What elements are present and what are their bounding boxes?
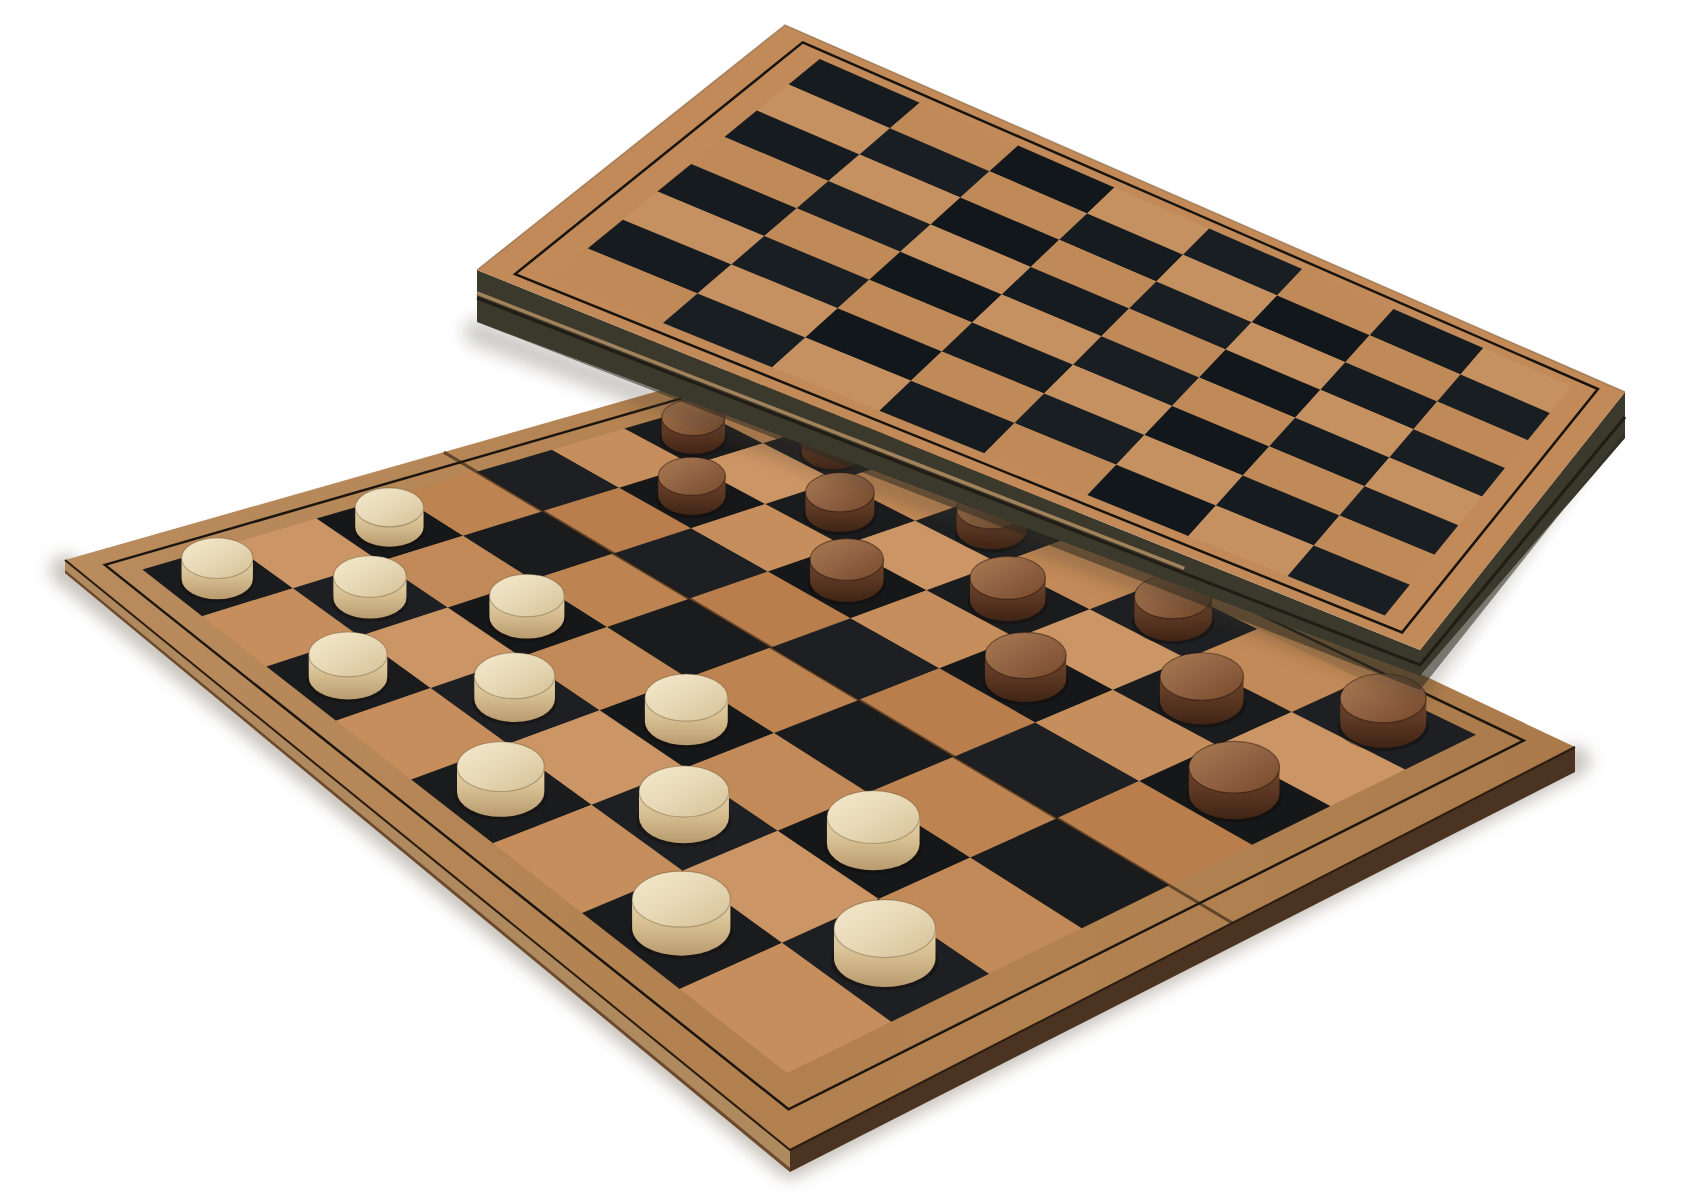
piece-top (834, 900, 936, 958)
piece-top (355, 488, 423, 527)
checker-piece-light-r5c2[interactable] (487, 574, 566, 641)
piece-top (639, 766, 729, 817)
piece-top (632, 871, 730, 927)
checker-piece-light-r5c6[interactable] (824, 791, 922, 874)
piece-top (309, 632, 388, 677)
checker-piece-dark-r1c4[interactable] (968, 556, 1048, 624)
checker-piece-light-r6c5[interactable] (636, 766, 731, 846)
piece-top (810, 539, 884, 581)
checker-piece-light-r6c7[interactable] (831, 900, 939, 990)
piece-top (658, 457, 725, 495)
piece-top (489, 574, 564, 617)
checker-piece-light-r7c0[interactable] (179, 538, 255, 602)
checker-piece-light-r5c4[interactable] (642, 674, 730, 748)
checker-piece-dark-r2c1[interactable] (656, 457, 727, 518)
checker-piece-dark-r2c3[interactable] (808, 539, 886, 605)
checker-piece-light-r7c2[interactable] (306, 632, 389, 703)
checker-piece-dark-r1c6[interactable] (1157, 653, 1246, 728)
checkers-set-illustration (0, 0, 1684, 1200)
piece-top (182, 538, 253, 579)
piece-top (645, 674, 728, 721)
checker-piece-dark-r2c5[interactable] (983, 632, 1069, 705)
product-photo-scene (0, 0, 1684, 1200)
checker-piece-light-r7c4[interactable] (454, 742, 547, 820)
piece-top (827, 791, 920, 844)
checker-piece-light-r6c3[interactable] (472, 653, 557, 725)
piece-top (457, 742, 544, 792)
piece-top (333, 556, 406, 598)
checker-piece-light-r7c6[interactable] (629, 871, 733, 959)
piece-top (474, 653, 555, 699)
checker-piece-dark-r2c7[interactable] (1186, 741, 1282, 822)
checker-piece-light-r6c1[interactable] (331, 556, 408, 622)
checker-piece-light-r5c0[interactable] (353, 488, 425, 550)
piece-top (1189, 741, 1280, 793)
piece-top (970, 556, 1045, 599)
piece-top (1160, 653, 1244, 701)
piece-top (985, 632, 1066, 678)
